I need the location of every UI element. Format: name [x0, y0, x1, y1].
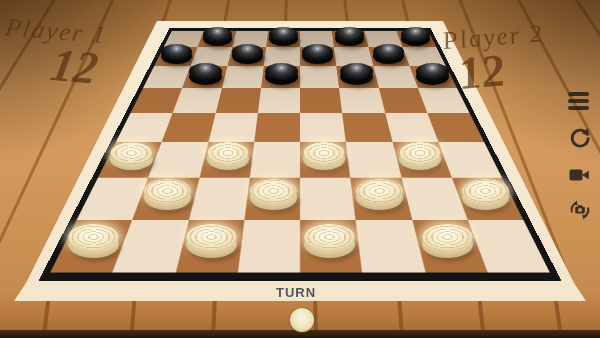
- piece-top: [203, 27, 232, 42]
- piece-top: [207, 142, 249, 164]
- player2-panel: Player 2 12: [440, 15, 600, 93]
- board-square-b5[interactable]: [173, 88, 222, 113]
- menu-bar: [568, 92, 589, 96]
- checker-light-piece[interactable]: [356, 179, 402, 210]
- board-square-f4[interactable]: [342, 113, 392, 142]
- piece-top: [416, 63, 449, 80]
- menu-bar: [568, 99, 589, 103]
- checker-dark-piece[interactable]: [335, 27, 364, 46]
- board-square-e5[interactable]: [300, 88, 342, 113]
- board-square-c4[interactable]: [208, 113, 258, 142]
- checker-light-piece[interactable]: [250, 179, 296, 210]
- checker-light-piece[interactable]: [186, 224, 238, 259]
- checker-dark-piece[interactable]: [161, 44, 192, 65]
- board-square-c2[interactable]: [188, 177, 249, 220]
- checker-light-piece[interactable]: [110, 142, 152, 170]
- piece-top: [401, 27, 430, 42]
- checker-light-piece[interactable]: [422, 224, 474, 259]
- piece-top: [269, 27, 298, 42]
- checker-dark-piece[interactable]: [232, 44, 263, 65]
- checker-dark-piece[interactable]: [265, 63, 298, 85]
- piece-top: [373, 44, 404, 60]
- board-square-d5[interactable]: [258, 88, 300, 113]
- menu-bar: [568, 106, 589, 110]
- player1-panel: Player 1 12: [0, 13, 158, 91]
- checker-light-piece[interactable]: [207, 142, 249, 170]
- checker-dark-piece[interactable]: [373, 44, 404, 65]
- piece-top: [110, 142, 152, 164]
- checker-light-piece[interactable]: [462, 179, 508, 210]
- piece-top: [335, 27, 364, 42]
- board-square-f5[interactable]: [339, 88, 385, 113]
- piece-top: [462, 179, 508, 203]
- piece-top: [232, 44, 263, 60]
- piece-top: [250, 179, 296, 203]
- restart-icon[interactable]: [568, 126, 592, 150]
- board-square-h4[interactable]: [427, 113, 484, 142]
- piece-top: [356, 179, 402, 203]
- board-square-e6[interactable]: [300, 66, 339, 88]
- checker-dark-piece[interactable]: [401, 27, 430, 46]
- checker-light-piece[interactable]: [304, 224, 356, 259]
- piece-top: [302, 44, 333, 60]
- board-square-d1[interactable]: [238, 220, 300, 273]
- checker-dark-piece[interactable]: [302, 44, 333, 65]
- board-square-c6[interactable]: [222, 66, 264, 88]
- videocam-icon[interactable]: [567, 163, 591, 187]
- checker-light-piece[interactable]: [303, 142, 345, 170]
- board-square-e2[interactable]: [300, 177, 356, 220]
- switch-camera-icon[interactable]: [568, 198, 592, 222]
- piece-top: [265, 63, 298, 80]
- board-square-c5[interactable]: [215, 88, 261, 113]
- turn-piece-indicator: [290, 308, 314, 332]
- checker-light-piece[interactable]: [144, 179, 190, 210]
- checker-dark-piece[interactable]: [340, 63, 373, 85]
- turn-label: TURN: [0, 285, 592, 300]
- checker-dark-piece[interactable]: [189, 63, 222, 85]
- piece-top: [161, 44, 192, 60]
- checker-dark-piece[interactable]: [269, 27, 298, 46]
- checker-dark-piece[interactable]: [203, 27, 232, 46]
- checker-light-piece[interactable]: [68, 224, 120, 259]
- board-square-e4[interactable]: [300, 113, 346, 142]
- checker-light-piece[interactable]: [399, 142, 441, 170]
- board-square-d3[interactable]: [250, 142, 300, 177]
- menu-icon[interactable]: [568, 92, 592, 116]
- piece-top: [144, 179, 190, 203]
- checker-dark-piece[interactable]: [416, 63, 449, 85]
- piece-top: [303, 142, 345, 164]
- piece-top: [399, 142, 441, 164]
- board-square-d4[interactable]: [254, 113, 300, 142]
- checkers-game-screen: Player 1 12 Player 2 12 TURN: [0, 0, 600, 338]
